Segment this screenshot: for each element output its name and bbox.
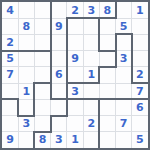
cell-r1c7[interactable]: 8 <box>99 2 115 18</box>
cell-r9c9[interactable]: 5 <box>132 132 148 148</box>
cell-r6c5[interactable]: 3 <box>67 83 83 99</box>
region-border-horizontal <box>131 82 149 84</box>
cell-r8c5[interactable] <box>67 116 83 132</box>
cell-r4c9[interactable] <box>132 51 148 67</box>
cell-r1c3[interactable] <box>34 2 50 18</box>
cell-r8c4[interactable] <box>51 116 67 132</box>
cell-r3c4[interactable] <box>51 34 67 50</box>
cell-r1c4[interactable] <box>51 2 67 18</box>
cell-r4c5[interactable]: 9 <box>67 51 83 67</box>
cell-r4c1[interactable]: 5 <box>2 51 18 67</box>
cell-r3c6[interactable] <box>83 34 99 50</box>
cell-r6c2[interactable]: 1 <box>18 83 34 99</box>
cell-r3c3[interactable] <box>34 34 50 50</box>
cell-r7c4[interactable] <box>51 99 67 115</box>
cell-r7c3[interactable] <box>34 99 50 115</box>
cell-r2c6[interactable] <box>83 18 99 34</box>
cell-r4c2[interactable] <box>18 51 34 67</box>
cell-r8c7[interactable] <box>99 116 115 132</box>
cell-r6c6[interactable] <box>83 83 99 99</box>
cell-r2c4[interactable]: 9 <box>51 18 67 34</box>
region-border-horizontal <box>98 66 116 68</box>
cell-r2c7[interactable] <box>99 18 115 34</box>
region-border-horizontal <box>33 131 51 133</box>
cell-r6c4[interactable] <box>51 83 67 99</box>
cell-r7c8[interactable] <box>116 99 132 115</box>
cell-r7c7[interactable] <box>99 99 115 115</box>
cell-r8c9[interactable] <box>132 116 148 132</box>
cell-r4c6[interactable] <box>83 51 99 67</box>
cell-r6c8[interactable] <box>116 83 132 99</box>
cell-r5c6[interactable]: 1 <box>83 67 99 83</box>
cell-r8c1[interactable] <box>2 116 18 132</box>
cell-r4c7[interactable] <box>99 51 115 67</box>
cell-r5c1[interactable]: 7 <box>2 67 18 83</box>
cell-r1c2[interactable] <box>18 2 34 18</box>
region-border-horizontal <box>131 98 149 100</box>
cell-r3c7[interactable] <box>99 34 115 50</box>
cell-r5c7[interactable] <box>99 67 115 83</box>
region-border-vertical <box>98 131 100 149</box>
cell-r7c1[interactable] <box>2 99 18 115</box>
cell-r1c1[interactable]: 4 <box>2 2 18 18</box>
region-border-horizontal <box>50 115 68 117</box>
cell-r4c4[interactable] <box>51 51 67 67</box>
cell-r9c1[interactable]: 9 <box>2 132 18 148</box>
cell-r8c6[interactable]: 2 <box>83 116 99 132</box>
cell-r1c6[interactable]: 3 <box>83 2 99 18</box>
cell-r5c2[interactable] <box>18 67 34 83</box>
cell-r7c5[interactable] <box>67 99 83 115</box>
cell-r3c2[interactable] <box>18 34 34 50</box>
cell-r1c8[interactable] <box>116 2 132 18</box>
cell-r9c3[interactable]: 8 <box>34 132 50 148</box>
cell-r1c9[interactable]: 1 <box>132 2 148 18</box>
region-border-horizontal <box>82 82 100 84</box>
jigsaw-sudoku-board: 4238189525937612137632798315 <box>0 0 150 150</box>
cell-r9c2[interactable] <box>18 132 34 148</box>
cell-r9c6[interactable] <box>83 132 99 148</box>
cell-r2c8[interactable]: 5 <box>116 18 132 34</box>
cell-r9c7[interactable] <box>99 132 115 148</box>
region-border-vertical <box>33 131 35 149</box>
cell-r6c3[interactable] <box>34 83 50 99</box>
cell-r2c9[interactable] <box>132 18 148 34</box>
cell-r6c1[interactable] <box>2 83 18 99</box>
region-border-horizontal <box>17 115 35 117</box>
cell-r7c9[interactable]: 6 <box>132 99 148 115</box>
cell-r2c1[interactable] <box>2 18 18 34</box>
cell-r8c2[interactable]: 3 <box>18 116 34 132</box>
cell-r5c3[interactable] <box>34 67 50 83</box>
region-border-horizontal <box>98 17 116 19</box>
cell-r7c2[interactable] <box>18 99 34 115</box>
cell-r8c8[interactable]: 7 <box>116 116 132 132</box>
cell-r9c8[interactable] <box>116 132 132 148</box>
cell-r3c8[interactable] <box>116 34 132 50</box>
cell-r5c9[interactable]: 2 <box>132 67 148 83</box>
cell-r4c3[interactable] <box>34 51 50 67</box>
cell-r3c9[interactable] <box>132 34 148 50</box>
cell-r1c5[interactable]: 2 <box>67 2 83 18</box>
cell-r2c2[interactable]: 8 <box>18 18 34 34</box>
cell-r9c4[interactable]: 3 <box>51 132 67 148</box>
cell-r3c5[interactable] <box>67 34 83 50</box>
cell-r8c3[interactable] <box>34 116 50 132</box>
cell-r4c8[interactable]: 3 <box>116 51 132 67</box>
cell-r2c3[interactable] <box>34 18 50 34</box>
cell-r5c5[interactable] <box>67 67 83 83</box>
cell-r6c9[interactable]: 7 <box>132 83 148 99</box>
cell-r6c7[interactable] <box>99 83 115 99</box>
cell-r7c6[interactable] <box>83 99 99 115</box>
cell-r3c1[interactable]: 2 <box>2 34 18 50</box>
cell-r9c5[interactable]: 1 <box>67 132 83 148</box>
cell-r2c5[interactable] <box>67 18 83 34</box>
cell-r5c8[interactable] <box>116 67 132 83</box>
cell-r5c4[interactable]: 6 <box>51 67 67 83</box>
